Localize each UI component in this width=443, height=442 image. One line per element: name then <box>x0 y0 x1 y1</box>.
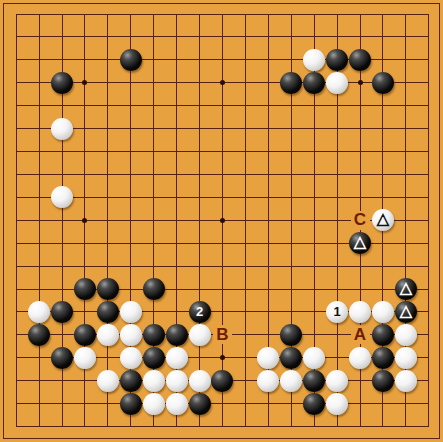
triangle-marker: △ <box>400 280 412 296</box>
stone-black <box>280 324 302 346</box>
stone-black <box>28 324 50 346</box>
stone-black <box>166 324 188 346</box>
stone-white <box>257 347 279 369</box>
stone-white <box>280 370 302 392</box>
stone-black <box>280 347 302 369</box>
stone-black: △ <box>395 301 417 323</box>
stone-black <box>303 370 325 392</box>
stone-black <box>97 301 119 323</box>
star-point <box>220 218 225 223</box>
triangle-marker: △ <box>377 211 389 227</box>
stone-black <box>303 72 325 94</box>
grid-line-horizontal <box>16 426 429 427</box>
stone-white <box>349 301 371 323</box>
stone-black <box>280 72 302 94</box>
triangle-marker: △ <box>354 234 366 250</box>
stone-white <box>372 301 394 323</box>
stone-black <box>120 370 142 392</box>
stone-white <box>28 301 50 323</box>
stone-white <box>395 370 417 392</box>
star-point <box>82 218 87 223</box>
stone-white <box>166 370 188 392</box>
stone-black <box>372 347 394 369</box>
stone-black: 2 <box>189 301 211 323</box>
stone-white <box>189 370 211 392</box>
stone-black <box>211 370 233 392</box>
stone-black: △ <box>395 278 417 300</box>
stone-white <box>326 393 348 415</box>
stone-black <box>189 393 211 415</box>
stone-white <box>395 347 417 369</box>
stone-black <box>372 370 394 392</box>
stone-white <box>326 72 348 94</box>
move-number-1: 1 <box>333 305 340 318</box>
stone-white <box>326 370 348 392</box>
stone-white <box>303 347 325 369</box>
stone-white <box>143 393 165 415</box>
stone-black <box>51 72 73 94</box>
stone-black <box>372 72 394 94</box>
grid-line-horizontal <box>16 266 429 267</box>
stone-black <box>74 324 96 346</box>
stone-white <box>51 186 73 208</box>
stone-white: 1 <box>326 301 348 323</box>
stone-white <box>303 49 325 71</box>
star-point <box>220 355 225 360</box>
stone-white <box>166 347 188 369</box>
go-board[interactable]: CBA△△△21△ <box>0 0 443 442</box>
stone-black <box>143 278 165 300</box>
label-B: B <box>213 325 232 344</box>
stone-white <box>97 324 119 346</box>
stone-white <box>120 324 142 346</box>
stone-black <box>120 49 142 71</box>
stone-white <box>74 347 96 369</box>
stone-black <box>143 347 165 369</box>
stone-white <box>120 347 142 369</box>
stone-white <box>51 118 73 140</box>
star-point <box>220 80 225 85</box>
move-number-2: 2 <box>196 305 203 318</box>
stone-white <box>257 370 279 392</box>
stone-white <box>166 393 188 415</box>
grid-line-vertical <box>428 14 429 427</box>
stone-black <box>143 324 165 346</box>
stone-black <box>51 301 73 323</box>
stone-white <box>189 324 211 346</box>
grid-line-horizontal <box>16 403 429 404</box>
label-C: C <box>351 211 370 230</box>
star-point <box>358 80 363 85</box>
stone-black: △ <box>349 232 371 254</box>
stone-black <box>120 393 142 415</box>
stone-white <box>97 370 119 392</box>
grid-line-vertical <box>245 14 246 427</box>
triangle-marker: △ <box>400 303 412 319</box>
stone-black <box>349 49 371 71</box>
stone-white <box>395 324 417 346</box>
stone-black <box>51 347 73 369</box>
stone-black <box>326 49 348 71</box>
stone-black <box>97 278 119 300</box>
stone-black <box>303 393 325 415</box>
stone-white <box>349 347 371 369</box>
stone-white <box>143 370 165 392</box>
stone-black <box>372 324 394 346</box>
star-point <box>82 80 87 85</box>
stone-white <box>120 301 142 323</box>
stone-black <box>74 278 96 300</box>
stone-white: △ <box>372 209 394 231</box>
label-A: A <box>351 325 370 344</box>
